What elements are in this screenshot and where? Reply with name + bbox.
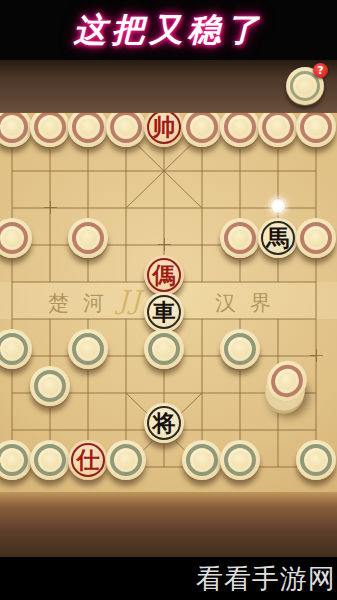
xiangqi-board: JJ 楚河 汉界 帅馬傌車将仕 (0, 112, 337, 495)
piece-core (231, 340, 249, 358)
piece-black-general[interactable]: 将 (144, 403, 184, 443)
piece-label: 車 (144, 292, 184, 332)
piece-core (3, 340, 21, 358)
intersection-r3c2[interactable] (31, 189, 69, 226)
intersection-r4c1[interactable] (0, 226, 31, 263)
piece-label: 帅 (144, 112, 184, 147)
last-move-marker-dot (270, 198, 286, 214)
intersection-r8c4[interactable] (107, 374, 145, 411)
piece-black-chariot[interactable]: 車 (144, 292, 184, 332)
board-grid: 帅馬傌車将仕 (0, 115, 335, 485)
piece-core (79, 340, 97, 358)
table-wood-top: ? (0, 60, 337, 113)
piece-hidden-black[interactable] (0, 440, 32, 480)
intersection-r10c9[interactable] (297, 448, 335, 485)
intersection-r3c4[interactable] (107, 189, 145, 226)
intersection-r5c8[interactable] (259, 263, 297, 300)
piece-hidden-red[interactable] (296, 218, 336, 258)
intersection-r10c5[interactable] (145, 448, 183, 485)
intersection-r8c3[interactable] (69, 374, 107, 411)
video-title: 这把又稳了 (74, 8, 264, 53)
intersection-r2c6[interactable] (183, 152, 221, 189)
piece-hidden-black[interactable] (144, 329, 184, 369)
intersection-r4c2[interactable] (31, 226, 69, 263)
piece-hidden-red[interactable] (0, 112, 32, 147)
intersection-r2c4[interactable] (107, 152, 145, 189)
intersection-r6c4[interactable] (107, 300, 145, 337)
piece-hidden-black[interactable] (106, 440, 146, 480)
intersection-r9c8[interactable] (259, 411, 297, 448)
intersection-r7c5[interactable] (145, 337, 183, 374)
piece-label: 将 (144, 403, 184, 443)
intersection-r6c6[interactable] (183, 300, 221, 337)
intersection-r1c3[interactable] (69, 115, 107, 152)
piece-core (3, 451, 21, 469)
intersection-r7c6[interactable] (183, 337, 221, 374)
piece-hidden-red[interactable] (30, 112, 70, 147)
piece-core (307, 118, 325, 136)
piece-hidden-black[interactable] (220, 440, 260, 480)
intersection-r5c6[interactable] (183, 263, 221, 300)
piece-core (231, 118, 249, 136)
piece-hidden-black[interactable] (30, 366, 70, 406)
intersection-r8c6[interactable] (183, 374, 221, 411)
intersection-r5c3[interactable] (69, 263, 107, 300)
intersection-r1c4[interactable] (107, 115, 145, 152)
intersection-r4c3[interactable] (69, 226, 107, 263)
piece-hidden-red[interactable] (68, 218, 108, 258)
intersection-r1c7[interactable] (221, 115, 259, 152)
intersection-r10c7[interactable] (221, 448, 259, 485)
intersection-r1c9[interactable] (297, 115, 335, 152)
intersection-r3c6[interactable] (183, 189, 221, 226)
point-marker-cross (158, 238, 171, 251)
intersection-r1c2[interactable] (31, 115, 69, 152)
piece-hidden-red[interactable] (106, 112, 146, 147)
piece-hidden-red[interactable] (182, 112, 222, 147)
piece-hidden-red[interactable] (68, 112, 108, 147)
intersection-r1c6[interactable] (183, 115, 221, 152)
intersection-r10c8[interactable] (259, 448, 297, 485)
piece-hidden-black[interactable] (220, 329, 260, 369)
piece-core (193, 118, 211, 136)
intersection-r2c2[interactable] (31, 152, 69, 189)
intersection-r4c8[interactable]: 馬 (259, 226, 297, 263)
intersection-r6c8[interactable] (259, 300, 297, 337)
intersection-r10c4[interactable] (107, 448, 145, 485)
piece-hidden-red[interactable] (220, 218, 260, 258)
intersection-r2c7[interactable] (221, 152, 259, 189)
intersection-r10c2[interactable] (31, 448, 69, 485)
intersection-r5c7[interactable] (221, 263, 259, 300)
piece-core (41, 377, 59, 395)
point-marker-cross (44, 201, 57, 214)
title-band: 这把又稳了 (0, 0, 337, 60)
intersection-r2c3[interactable] (69, 152, 107, 189)
intersection-r5c9[interactable] (297, 263, 335, 300)
intersection-r3c5[interactable] (145, 189, 183, 226)
intersection-r7c7[interactable] (221, 337, 259, 374)
intersection-r4c6[interactable] (183, 226, 221, 263)
hidden-pieces-indicator[interactable]: ? (286, 67, 324, 105)
intersection-r1c1[interactable] (0, 115, 31, 152)
piece-core (155, 340, 173, 358)
intersection-r6c9[interactable] (297, 300, 335, 337)
piece-core (296, 77, 314, 95)
intersection-r4c4[interactable] (107, 226, 145, 263)
piece-label: 馬 (258, 218, 298, 258)
intersection-r1c8[interactable] (259, 115, 297, 152)
intersection-r10c1[interactable] (0, 448, 31, 485)
piece-core (41, 118, 59, 136)
point-marker-cross (310, 349, 323, 362)
piece-hidden-red[interactable] (0, 218, 32, 258)
intersection-r5c4[interactable] (107, 263, 145, 300)
intersection-r7c1[interactable] (0, 337, 31, 374)
intersection-r1c5[interactable]: 帅 (145, 115, 183, 152)
piece-hidden-black[interactable] (30, 440, 70, 480)
piece-black-horse[interactable]: 馬 (258, 218, 298, 258)
piece-core (79, 118, 97, 136)
bottom-band: 看看手游网 (0, 557, 337, 600)
intersection-r6c2[interactable] (31, 300, 69, 337)
intersection-r7c4[interactable] (107, 337, 145, 374)
intersection-r8c7[interactable] (221, 374, 259, 411)
piece-core (269, 118, 287, 136)
intersection-r4c7[interactable] (221, 226, 259, 263)
piece-core (193, 451, 211, 469)
site-watermark: 看看手游网 (196, 561, 337, 597)
piece-red-advisor[interactable]: 仕 (68, 440, 108, 480)
piece-hidden-red[interactable] (258, 112, 298, 147)
intersection-r10c6[interactable] (183, 448, 221, 485)
piece-core (41, 451, 59, 469)
piece-core (117, 118, 135, 136)
piece-core (231, 229, 249, 247)
intersection-r2c5[interactable] (145, 152, 183, 189)
intersection-r7c3[interactable] (69, 337, 107, 374)
intersection-r2c9[interactable] (297, 152, 335, 189)
piece-red-general[interactable]: 帅 (144, 112, 184, 147)
intersection-r4c9[interactable] (297, 226, 335, 263)
piece-hidden-black[interactable] (182, 440, 222, 480)
piece-core (231, 451, 249, 469)
piece-label: 仕 (68, 440, 108, 480)
intersection-r2c1[interactable] (0, 152, 31, 189)
intersection-r5c1[interactable] (0, 263, 31, 300)
piece-core (3, 229, 21, 247)
intersection-r2c8[interactable] (259, 152, 297, 189)
question-badge-icon: ? (313, 63, 328, 78)
piece-hidden-black[interactable] (296, 440, 336, 480)
piece-label: 傌 (144, 255, 184, 295)
piece-hidden-red[interactable] (296, 112, 336, 147)
screenshot-frame: 这把又稳了 ? JJ 楚河 汉界 帅馬傌車将仕 看看手游网 (0, 0, 337, 600)
piece-red-horse[interactable]: 傌 (144, 255, 184, 295)
piece-hidden-black[interactable] (68, 329, 108, 369)
piece-core (117, 451, 135, 469)
table-wood-bottom (0, 492, 337, 557)
piece-core (3, 118, 21, 136)
intersection-r8c1[interactable] (0, 374, 31, 411)
piece-core (307, 451, 325, 469)
piece-hidden-black[interactable] (0, 329, 32, 369)
intersection-r10c3[interactable]: 仕 (69, 448, 107, 485)
intersection-r9c5[interactable]: 将 (145, 411, 183, 448)
piece-core (79, 229, 97, 247)
intersection-r8c2[interactable] (31, 374, 69, 411)
piece-core (307, 229, 325, 247)
piece-hidden-red[interactable] (220, 112, 260, 147)
intersection-r5c2[interactable] (31, 263, 69, 300)
